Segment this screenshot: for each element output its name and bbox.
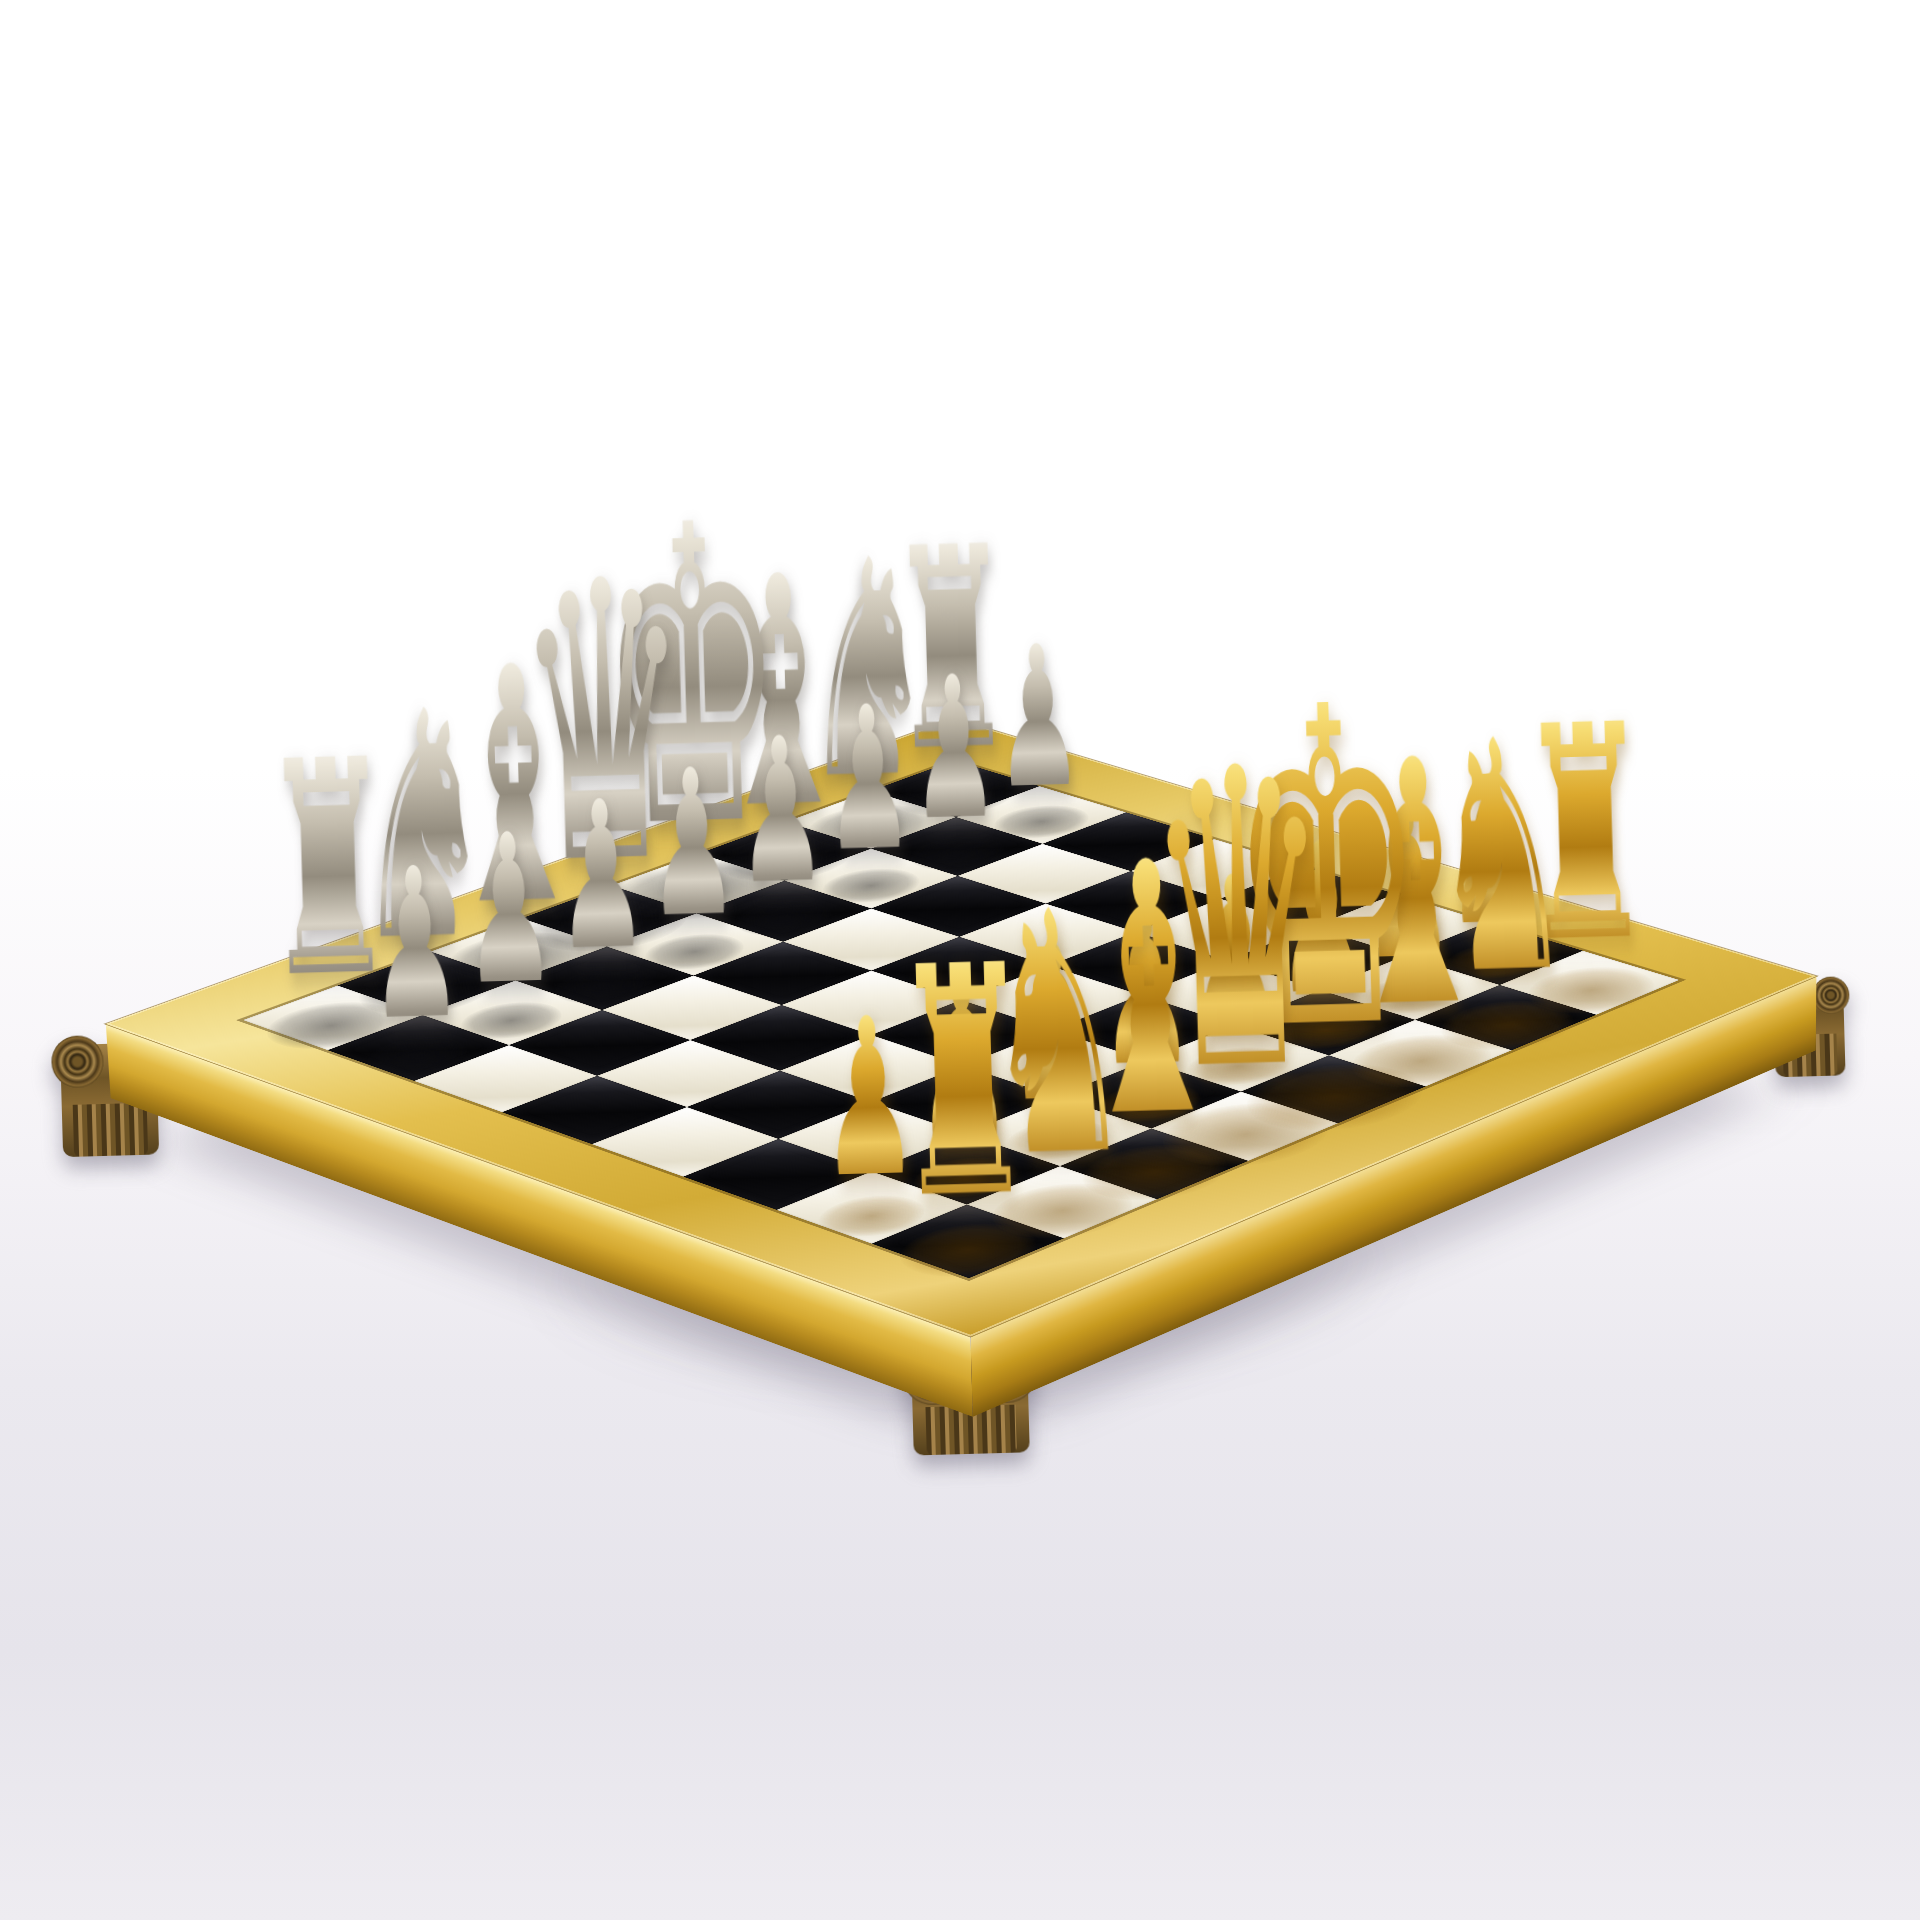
chess-board: ♜♞♝♛♚♝♞♜♟♟♟♟♟♟♟♟♟♟♟♟♟♟♟♟♜♞♝♛♚♝♞♜ (106, 718, 1817, 1336)
gold-rook-glyph: ♜ (799, 921, 1129, 1245)
chess-scene: ♜♞♝♛♚♝♞♜♟♟♟♟♟♟♟♟♟♟♟♟♟♟♟♟♜♞♝♛♚♝♞♜ (0, 0, 1920, 1920)
product-photo: ♜♞♝♛♚♝♞♜♟♟♟♟♟♟♟♟♟♟♟♟♟♟♟♟♜♞♝♛♚♝♞♜ (0, 0, 1920, 1920)
silver-pawn-glyph: ♟ (261, 837, 570, 1052)
